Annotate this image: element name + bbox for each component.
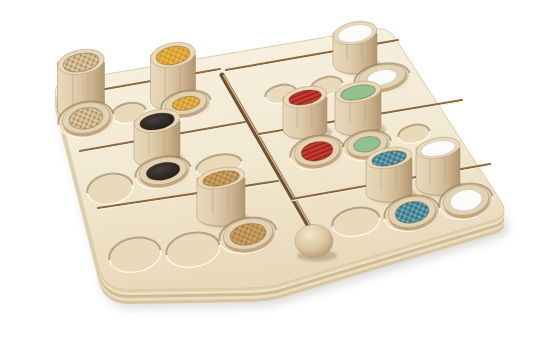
board-photo — [0, 0, 550, 347]
product-photo-canvas — [0, 0, 550, 347]
